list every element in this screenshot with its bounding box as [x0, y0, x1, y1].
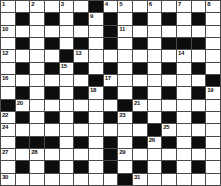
block-r12c6 — [74, 137, 88, 148]
clue-number-29: 29 — [119, 149, 125, 156]
block-r12c12 — [162, 137, 176, 148]
cell-r1c1[interactable]: 1 — [1, 1, 15, 12]
cell-r15c4[interactable] — [45, 174, 59, 185]
cell-r9c4[interactable] — [45, 100, 59, 111]
clue-number-30: 30 — [2, 174, 8, 181]
cell-r5c8[interactable] — [104, 50, 118, 61]
cell-r3c7[interactable] — [89, 26, 103, 37]
block-r5c5 — [60, 50, 74, 61]
clue-number-13: 13 — [75, 50, 81, 57]
block-r10c12 — [162, 112, 176, 123]
cell-r15c11[interactable] — [148, 174, 162, 185]
cell-r10c15[interactable] — [206, 112, 220, 123]
block-r7c7 — [89, 75, 103, 86]
cell-r3c12[interactable] — [162, 26, 176, 37]
cell-r11c10[interactable] — [133, 124, 147, 135]
cell-r13c4[interactable] — [45, 149, 59, 160]
cell-r5c2[interactable] — [16, 50, 30, 61]
block-r8c12 — [162, 87, 176, 98]
cell-r8c13[interactable] — [177, 87, 191, 98]
block-r2c14 — [192, 13, 206, 24]
cell-r2c3[interactable] — [30, 13, 44, 24]
clue-number-31: 31 — [134, 174, 140, 181]
block-r2c8 — [104, 13, 118, 24]
cell-r11c3[interactable] — [30, 124, 44, 135]
block-r14c14 — [192, 161, 206, 172]
cell-r15c1[interactable]: 30 — [1, 174, 15, 185]
clue-number-23: 23 — [119, 112, 125, 119]
block-r11c11 — [148, 124, 162, 135]
block-r6c8 — [104, 63, 118, 74]
cell-r7c10[interactable] — [133, 75, 147, 86]
block-r4c2 — [16, 38, 30, 49]
block-r7c15 — [206, 75, 220, 86]
cell-r3c11[interactable] — [148, 26, 162, 37]
clue-number-25: 25 — [163, 124, 169, 131]
block-r2c4 — [45, 13, 59, 24]
cell-r10c7[interactable] — [89, 112, 103, 123]
cell-r9c10[interactable]: 21 — [133, 100, 147, 111]
block-r6c4 — [45, 63, 59, 74]
cell-r15c10[interactable]: 31 — [133, 174, 147, 185]
block-r15c9 — [118, 174, 132, 185]
clue-number-2: 2 — [31, 1, 34, 8]
block-r12c4 — [45, 137, 59, 148]
clue-number-5: 5 — [119, 1, 122, 8]
cell-r11c7[interactable] — [89, 124, 103, 135]
cell-r15c6[interactable] — [74, 174, 88, 185]
cell-r7c14[interactable] — [192, 75, 206, 86]
cell-r8c5[interactable] — [60, 87, 74, 98]
block-r4c4 — [45, 38, 59, 49]
cell-r12c15[interactable] — [206, 137, 220, 148]
cell-r13c2[interactable] — [16, 149, 30, 160]
cell-r5c13[interactable]: 14 — [177, 50, 191, 61]
cell-r5c15[interactable] — [206, 50, 220, 61]
cell-r14c1[interactable] — [1, 161, 15, 172]
cell-r6c1[interactable] — [1, 63, 15, 74]
block-r14c4 — [45, 161, 59, 172]
cell-r4c3[interactable] — [30, 38, 44, 49]
cell-r12c11[interactable]: 26 — [148, 137, 162, 148]
cell-r11c15[interactable] — [206, 124, 220, 135]
cell-r1c9[interactable]: 5 — [118, 1, 132, 12]
cell-r1c8[interactable]: 4 — [104, 1, 118, 12]
cell-r2c5[interactable] — [60, 13, 74, 24]
cell-r10c9[interactable]: 23 — [118, 112, 132, 123]
cell-r7c12[interactable] — [162, 75, 176, 86]
cell-r13c12[interactable] — [162, 149, 176, 160]
cell-r3c1[interactable]: 10 — [1, 26, 15, 37]
cell-r5c7[interactable] — [89, 50, 103, 61]
cell-r8c7[interactable]: 18 — [89, 87, 103, 98]
block-r2c6 — [74, 13, 88, 24]
cell-r6c11[interactable] — [148, 63, 162, 74]
cell-r3c2[interactable] — [16, 26, 30, 37]
cell-r13c3[interactable]: 28 — [30, 149, 44, 160]
cell-r9c7[interactable] — [89, 100, 103, 111]
block-r10c6 — [74, 112, 88, 123]
cell-r14c7[interactable] — [89, 161, 103, 172]
block-r12c2 — [16, 137, 30, 148]
cell-r2c1[interactable] — [1, 13, 15, 24]
block-r8c10 — [133, 87, 147, 98]
clue-number-18: 18 — [90, 87, 96, 94]
cell-r11c6[interactable] — [74, 124, 88, 135]
cell-r6c7[interactable] — [89, 63, 103, 74]
clue-number-6: 6 — [149, 1, 152, 8]
cell-r13c14[interactable] — [192, 149, 206, 160]
block-r2c12 — [162, 13, 176, 24]
cell-r8c1[interactable] — [1, 87, 15, 98]
cell-r5c1[interactable]: 12 — [1, 50, 15, 61]
cell-r9c5[interactable] — [60, 100, 74, 111]
cell-r1c2[interactable] — [16, 1, 30, 12]
cell-r1c15[interactable]: 8 — [206, 1, 220, 12]
clue-number-28: 28 — [31, 149, 37, 156]
cell-r13c1[interactable]: 27 — [1, 149, 15, 160]
cell-r11c1[interactable]: 24 — [1, 124, 15, 135]
block-r9c9 — [118, 100, 132, 111]
cell-r10c13[interactable] — [177, 112, 191, 123]
cell-r14c5[interactable] — [60, 161, 74, 172]
cell-r14c11[interactable] — [148, 161, 162, 172]
cell-r14c3[interactable] — [30, 161, 44, 172]
cell-r3c9[interactable]: 11 — [118, 26, 132, 37]
cell-r1c14[interactable] — [192, 1, 206, 12]
cell-r13c10[interactable] — [133, 149, 147, 160]
cell-r3c10[interactable] — [133, 26, 147, 37]
clue-number-3: 3 — [61, 1, 64, 8]
cell-r3c6[interactable] — [74, 26, 88, 37]
clue-number-9: 9 — [90, 13, 93, 20]
clue-number-15: 15 — [61, 63, 67, 70]
cell-r7c6[interactable] — [74, 75, 88, 86]
cell-r1c11[interactable]: 6 — [148, 1, 162, 12]
cell-r9c14[interactable] — [192, 100, 206, 111]
cell-r8c9[interactable] — [118, 87, 132, 98]
clue-number-17: 17 — [105, 75, 111, 82]
block-r8c4 — [45, 87, 59, 98]
cell-r3c4[interactable] — [45, 26, 59, 37]
cell-r11c9[interactable] — [118, 124, 132, 135]
cell-r6c13[interactable] — [177, 63, 191, 74]
cell-r15c12[interactable] — [162, 174, 176, 185]
block-r10c2 — [16, 112, 30, 123]
cell-r2c13[interactable] — [177, 13, 191, 24]
cell-r9c15[interactable] — [206, 100, 220, 111]
cell-r14c15[interactable] — [206, 161, 220, 172]
cell-r1c3[interactable]: 2 — [30, 1, 44, 12]
cell-r7c2[interactable] — [16, 75, 30, 86]
block-r10c4 — [45, 112, 59, 123]
block-r13c8 — [104, 149, 118, 160]
cell-r2c7[interactable]: 9 — [89, 13, 103, 24]
block-r2c2 — [16, 13, 30, 24]
cell-r3c15[interactable] — [206, 26, 220, 37]
cell-r6c9[interactable] — [118, 63, 132, 74]
cell-r13c13[interactable] — [177, 149, 191, 160]
cell-r9c8[interactable] — [104, 100, 118, 111]
block-r10c8 — [104, 112, 118, 123]
clue-number-19: 19 — [207, 87, 213, 94]
cell-r13c7[interactable] — [89, 149, 103, 160]
cell-r10c3[interactable] — [30, 112, 44, 123]
cell-r2c9[interactable] — [118, 13, 132, 24]
clue-number-22: 22 — [2, 112, 8, 119]
block-r8c6 — [74, 87, 88, 98]
cell-r9c12[interactable] — [162, 100, 176, 111]
cell-r1c12[interactable] — [162, 1, 176, 12]
cell-r3c13[interactable] — [177, 26, 191, 37]
cell-r4c5[interactable] — [60, 38, 74, 49]
cell-r10c11[interactable] — [148, 112, 162, 123]
cell-r8c15[interactable]: 19 — [206, 87, 220, 98]
cell-r7c8[interactable]: 17 — [104, 75, 118, 86]
block-r6c14 — [192, 63, 206, 74]
cell-r5c3[interactable] — [30, 50, 44, 61]
cell-r1c4[interactable] — [45, 1, 59, 12]
block-r9c1 — [1, 100, 15, 111]
block-r4c10 — [133, 38, 147, 49]
block-r10c10 — [133, 112, 147, 123]
block-r14c2 — [16, 161, 30, 172]
block-r12c8 — [104, 137, 118, 148]
block-r8c8 — [104, 87, 118, 98]
cell-r15c8[interactable] — [104, 174, 118, 185]
cell-r1c10[interactable] — [133, 1, 147, 12]
block-r4c8 — [104, 38, 118, 49]
clue-number-24: 24 — [2, 124, 8, 131]
cell-r10c5[interactable] — [60, 112, 74, 123]
cell-r15c3[interactable] — [30, 174, 44, 185]
block-r4c13 — [177, 38, 191, 49]
clue-number-16: 16 — [2, 75, 8, 82]
cell-r3c14[interactable] — [192, 26, 206, 37]
block-r3c8 — [104, 26, 118, 37]
cell-r12c7[interactable] — [89, 137, 103, 148]
cell-r8c11[interactable] — [148, 87, 162, 98]
cell-r5c14[interactable] — [192, 50, 206, 61]
cell-r11c12[interactable]: 25 — [162, 124, 176, 135]
clue-number-26: 26 — [149, 137, 155, 144]
block-r14c12 — [162, 161, 176, 172]
cell-r15c14[interactable] — [192, 174, 206, 185]
cell-r14c9[interactable] — [118, 161, 132, 172]
block-r10c14 — [192, 112, 206, 123]
block-r14c8 — [104, 161, 118, 172]
cell-r11c5[interactable] — [60, 124, 74, 135]
cell-r7c4[interactable] — [45, 75, 59, 86]
cell-r2c15[interactable] — [206, 13, 220, 24]
cell-r14c13[interactable] — [177, 161, 191, 172]
cell-r9c6[interactable] — [74, 100, 88, 111]
cell-r6c5[interactable]: 15 — [60, 63, 74, 74]
block-r14c6 — [74, 161, 88, 172]
cell-r15c15[interactable] — [206, 174, 220, 185]
cell-r15c7[interactable] — [89, 174, 103, 185]
cell-r4c7[interactable] — [89, 38, 103, 49]
block-r8c14 — [192, 87, 206, 98]
cell-r5c9[interactable] — [118, 50, 132, 61]
cell-r11c4[interactable] — [45, 124, 59, 135]
block-r12c3 — [30, 137, 44, 148]
clue-number-11: 11 — [119, 26, 125, 33]
cell-r13c9[interactable]: 29 — [118, 149, 132, 160]
cell-r11c8[interactable] — [104, 124, 118, 135]
block-r4c14 — [192, 38, 206, 49]
clue-number-4: 4 — [105, 1, 108, 8]
cell-r7c13[interactable] — [177, 75, 191, 86]
cell-r13c5[interactable] — [60, 149, 74, 160]
clue-number-14: 14 — [178, 50, 184, 57]
cell-r11c2[interactable] — [16, 124, 30, 135]
cell-r10c1[interactable]: 22 — [1, 112, 15, 123]
block-r6c2 — [16, 63, 30, 74]
cell-r7c11[interactable] — [148, 75, 162, 86]
cell-r5c12[interactable] — [162, 50, 176, 61]
block-r1c7 — [89, 1, 103, 12]
cell-r13c6[interactable] — [74, 149, 88, 160]
crossword-grid: 1234567891011121314151617181920212223242… — [0, 0, 221, 186]
clue-number-10: 10 — [2, 26, 8, 33]
cell-r4c11[interactable] — [148, 38, 162, 49]
block-r4c6 — [74, 38, 88, 49]
clue-number-27: 27 — [2, 149, 8, 156]
cell-r5c10[interactable] — [133, 50, 147, 61]
cell-r9c2[interactable]: 20 — [16, 100, 30, 111]
block-r2c10 — [133, 13, 147, 24]
cell-r1c13[interactable]: 7 — [177, 1, 191, 12]
block-r6c10 — [133, 63, 147, 74]
cell-r2c11[interactable] — [148, 13, 162, 24]
cell-r1c5[interactable]: 3 — [60, 1, 74, 12]
cell-r12c1[interactable] — [1, 137, 15, 148]
cell-r7c9[interactable] — [118, 75, 132, 86]
cell-r15c2[interactable] — [16, 174, 30, 185]
cell-r5c11[interactable] — [148, 50, 162, 61]
cell-r12c5[interactable] — [60, 137, 74, 148]
block-r4c12 — [162, 38, 176, 49]
cell-r8c3[interactable] — [30, 87, 44, 98]
block-r6c6 — [74, 63, 88, 74]
block-r8c2 — [16, 87, 30, 98]
cell-r4c1[interactable] — [1, 38, 15, 49]
cell-r12c13[interactable] — [177, 137, 191, 148]
cell-r13c15[interactable] — [206, 149, 220, 160]
cell-r4c15[interactable] — [206, 38, 220, 49]
cell-r5c4[interactable] — [45, 50, 59, 61]
clue-number-12: 12 — [2, 50, 8, 57]
clue-number-1: 1 — [2, 1, 5, 8]
clue-number-20: 20 — [17, 100, 23, 107]
cell-r7c1[interactable]: 16 — [1, 75, 15, 86]
clue-number-21: 21 — [134, 100, 140, 107]
cell-r13c11[interactable] — [148, 149, 162, 160]
cell-r6c15[interactable] — [206, 63, 220, 74]
cell-r5c6[interactable]: 13 — [74, 50, 88, 61]
block-r12c14 — [192, 137, 206, 148]
cell-r1c6[interactable] — [74, 1, 88, 12]
block-r6c12 — [162, 63, 176, 74]
cell-r11c14[interactable] — [192, 124, 206, 135]
cell-r3c5[interactable] — [60, 26, 74, 37]
cell-r6c3[interactable] — [30, 63, 44, 74]
cell-r9c13[interactable] — [177, 100, 191, 111]
cell-r7c5[interactable] — [60, 75, 74, 86]
cell-r11c13[interactable] — [177, 124, 191, 135]
cell-r4c9[interactable] — [118, 38, 132, 49]
block-r12c10 — [133, 137, 147, 148]
cell-r15c13[interactable] — [177, 174, 191, 185]
cell-r9c3[interactable] — [30, 100, 44, 111]
cell-r3c3[interactable] — [30, 26, 44, 37]
cell-r15c5[interactable] — [60, 174, 74, 185]
block-r14c10 — [133, 161, 147, 172]
cell-r9c11[interactable] — [148, 100, 162, 111]
clue-number-8: 8 — [207, 1, 210, 8]
cell-r12c9[interactable] — [118, 137, 132, 148]
cell-r7c3[interactable] — [30, 75, 44, 86]
clue-number-7: 7 — [178, 1, 181, 8]
